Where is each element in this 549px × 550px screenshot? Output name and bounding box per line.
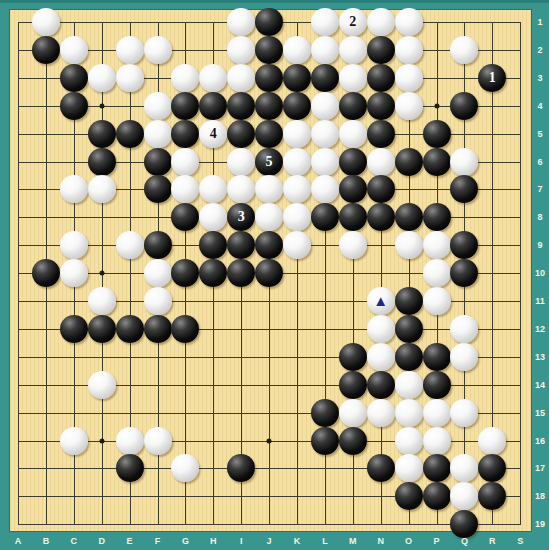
stone-black-Q10[interactable] — [450, 259, 478, 287]
stone-white-F2[interactable] — [144, 36, 172, 64]
stone-white-C9[interactable] — [60, 231, 88, 259]
coord-number-15: 15 — [535, 408, 545, 418]
stone-black-M13[interactable] — [339, 343, 367, 371]
stone-black-D5[interactable] — [88, 120, 116, 148]
stone-black-N4[interactable] — [367, 92, 395, 120]
stone-black-M7[interactable] — [339, 175, 367, 203]
stone-black-N2[interactable] — [367, 36, 395, 64]
stone-black-G5[interactable] — [171, 120, 199, 148]
stone-black-B2[interactable] — [32, 36, 60, 64]
stone-black-N3[interactable] — [367, 64, 395, 92]
stone-white-G6[interactable] — [171, 148, 199, 176]
stone-black-Q19[interactable] — [450, 510, 478, 538]
stone-black-N8[interactable] — [367, 203, 395, 231]
stone-black-O11[interactable] — [395, 287, 423, 315]
stone-white-Q17[interactable] — [450, 454, 478, 482]
stone-black-M6[interactable] — [339, 148, 367, 176]
coord-letter-F: F — [155, 536, 161, 546]
stone-white-O4[interactable] — [395, 92, 423, 120]
stone-black-L3[interactable] — [311, 64, 339, 92]
stone-white-M3[interactable] — [339, 64, 367, 92]
stone-white-N1[interactable] — [367, 8, 395, 36]
stone-white-F5[interactable] — [144, 120, 172, 148]
stone-black-P13[interactable] — [423, 343, 451, 371]
coord-letter-Q: Q — [461, 536, 468, 546]
stone-white-I7[interactable] — [227, 175, 255, 203]
move-number-label: 1 — [489, 71, 496, 85]
stone-black-J1[interactable] — [255, 8, 283, 36]
stone-black-L8[interactable] — [311, 203, 339, 231]
stone-black-R18[interactable] — [478, 482, 506, 510]
stone-white-O3[interactable] — [395, 64, 423, 92]
stone-white-P16[interactable] — [423, 427, 451, 455]
stone-white-J8[interactable] — [255, 203, 283, 231]
coord-letter-D: D — [98, 536, 105, 546]
stone-black-L15[interactable] — [311, 399, 339, 427]
stone-white-N6[interactable] — [367, 148, 395, 176]
stone-white-C2[interactable] — [60, 36, 88, 64]
stone-black-Q9[interactable] — [450, 231, 478, 259]
star-point — [434, 103, 439, 108]
stone-white-E16[interactable] — [116, 427, 144, 455]
move-number-label: 4 — [210, 127, 217, 141]
coord-number-6: 6 — [537, 157, 542, 167]
stone-white-H3[interactable] — [199, 64, 227, 92]
coord-number-12: 12 — [535, 324, 545, 334]
coord-letter-B: B — [43, 536, 50, 546]
coord-letter-C: C — [71, 536, 78, 546]
stone-black-G8[interactable] — [171, 203, 199, 231]
stone-white-N13[interactable] — [367, 343, 395, 371]
stone-white-P11[interactable] — [423, 287, 451, 315]
stone-white-P9[interactable] — [423, 231, 451, 259]
stone-black-L16[interactable] — [311, 427, 339, 455]
stone-black-J9[interactable] — [255, 231, 283, 259]
coord-number-1: 1 — [537, 17, 542, 27]
coord-number-13: 13 — [535, 352, 545, 362]
stone-black-D6[interactable] — [88, 148, 116, 176]
stone-white-Q12[interactable] — [450, 315, 478, 343]
stone-black-D12[interactable] — [88, 315, 116, 343]
stone-white-P10[interactable] — [423, 259, 451, 287]
stone-white-K5[interactable] — [283, 120, 311, 148]
stone-black-M8[interactable] — [339, 203, 367, 231]
stone-black-J10[interactable] — [255, 259, 283, 287]
stone-white-O1[interactable] — [395, 8, 423, 36]
stone-black-P18[interactable] — [423, 482, 451, 510]
stone-black-R3[interactable]: 1 — [478, 64, 506, 92]
coord-number-8: 8 — [537, 212, 542, 222]
move-number-label: 2 — [349, 15, 356, 29]
coord-letter-N: N — [377, 536, 384, 546]
coord-number-19: 19 — [535, 519, 545, 529]
coord-letter-J: J — [267, 536, 272, 546]
stone-black-C4[interactable] — [60, 92, 88, 120]
stone-white-L2[interactable] — [311, 36, 339, 64]
star-point — [99, 103, 104, 108]
stone-black-O18[interactable] — [395, 482, 423, 510]
stone-white-R16[interactable] — [478, 427, 506, 455]
stone-white-P15[interactable] — [423, 399, 451, 427]
stone-white-O9[interactable] — [395, 231, 423, 259]
stone-black-P8[interactable] — [423, 203, 451, 231]
stone-white-M15[interactable] — [339, 399, 367, 427]
stone-black-M4[interactable] — [339, 92, 367, 120]
stone-black-C12[interactable] — [60, 315, 88, 343]
stone-white-H8[interactable] — [199, 203, 227, 231]
stone-white-C16[interactable] — [60, 427, 88, 455]
stone-black-E17[interactable] — [116, 454, 144, 482]
stone-white-K6[interactable] — [283, 148, 311, 176]
coord-letter-G: G — [182, 536, 189, 546]
stone-black-J5[interactable] — [255, 120, 283, 148]
stone-white-H7[interactable] — [199, 175, 227, 203]
stone-white-H5[interactable]: 4 — [199, 120, 227, 148]
coord-letter-S: S — [517, 536, 523, 546]
stone-black-I4[interactable] — [227, 92, 255, 120]
stone-black-P5[interactable] — [423, 120, 451, 148]
coord-letter-M: M — [349, 536, 357, 546]
stone-white-O15[interactable] — [395, 399, 423, 427]
coord-number-10: 10 — [535, 268, 545, 278]
stone-white-O2[interactable] — [395, 36, 423, 64]
coord-number-17: 17 — [535, 463, 545, 473]
stone-black-Q7[interactable] — [450, 175, 478, 203]
stone-white-D11[interactable] — [88, 287, 116, 315]
stone-white-F16[interactable] — [144, 427, 172, 455]
stone-white-L4[interactable] — [311, 92, 339, 120]
stone-white-Q15[interactable] — [450, 399, 478, 427]
go-board: 21453▲ — [10, 10, 531, 531]
coord-number-9: 9 — [537, 240, 542, 250]
stone-white-L5[interactable] — [311, 120, 339, 148]
stone-white-D14[interactable] — [88, 371, 116, 399]
stone-black-J2[interactable] — [255, 36, 283, 64]
stone-black-F6[interactable] — [144, 148, 172, 176]
coord-number-7: 7 — [537, 184, 542, 194]
last-move-triangle-marker: ▲ — [373, 293, 388, 308]
coord-number-18: 18 — [535, 491, 545, 501]
stone-black-I10[interactable] — [227, 259, 255, 287]
stone-black-H9[interactable] — [199, 231, 227, 259]
stone-black-H10[interactable] — [199, 259, 227, 287]
stone-white-F4[interactable] — [144, 92, 172, 120]
coord-number-5: 5 — [537, 129, 542, 139]
go-diagram: 21453▲ ABCDEFGHIJKLMNOPQRS12345678910111… — [0, 0, 549, 550]
stone-black-K4[interactable] — [283, 92, 311, 120]
stone-white-O16[interactable] — [395, 427, 423, 455]
stone-black-G4[interactable] — [171, 92, 199, 120]
coord-letter-H: H — [210, 536, 217, 546]
move-number-label: 3 — [238, 210, 245, 224]
stone-black-N7[interactable] — [367, 175, 395, 203]
stone-black-O8[interactable] — [395, 203, 423, 231]
stone-white-O17[interactable] — [395, 454, 423, 482]
stone-black-B10[interactable] — [32, 259, 60, 287]
stone-black-O6[interactable] — [395, 148, 423, 176]
stone-black-Q4[interactable] — [450, 92, 478, 120]
stone-white-B1[interactable] — [32, 8, 60, 36]
stone-white-M5[interactable] — [339, 120, 367, 148]
stone-black-E12[interactable] — [116, 315, 144, 343]
coord-letter-A: A — [15, 536, 22, 546]
stone-black-N17[interactable] — [367, 454, 395, 482]
stone-white-I2[interactable] — [227, 36, 255, 64]
stone-black-F7[interactable] — [144, 175, 172, 203]
coord-letter-E: E — [127, 536, 133, 546]
star-point — [99, 271, 104, 276]
star-point — [267, 438, 272, 443]
stone-black-M16[interactable] — [339, 427, 367, 455]
stone-white-I3[interactable] — [227, 64, 255, 92]
stone-black-N14[interactable] — [367, 371, 395, 399]
stone-white-M2[interactable] — [339, 36, 367, 64]
stone-white-Q2[interactable] — [450, 36, 478, 64]
stone-black-E5[interactable] — [116, 120, 144, 148]
stone-white-M9[interactable] — [339, 231, 367, 259]
stone-white-C10[interactable] — [60, 259, 88, 287]
stone-white-J7[interactable] — [255, 175, 283, 203]
stone-white-E3[interactable] — [116, 64, 144, 92]
stone-black-P17[interactable] — [423, 454, 451, 482]
stone-black-J4[interactable] — [255, 92, 283, 120]
coord-letter-R: R — [489, 536, 496, 546]
stone-white-N11[interactable]: ▲ — [367, 287, 395, 315]
stone-black-J6[interactable]: 5 — [255, 148, 283, 176]
stone-white-Q6[interactable] — [450, 148, 478, 176]
stone-black-I8[interactable]: 3 — [227, 203, 255, 231]
stone-black-F12[interactable] — [144, 315, 172, 343]
stone-white-E9[interactable] — [116, 231, 144, 259]
stone-black-J3[interactable] — [255, 64, 283, 92]
stone-black-H4[interactable] — [199, 92, 227, 120]
stone-black-I9[interactable] — [227, 231, 255, 259]
stone-black-O13[interactable] — [395, 343, 423, 371]
move-number-label: 5 — [266, 155, 273, 169]
stone-white-C7[interactable] — [60, 175, 88, 203]
stone-black-I17[interactable] — [227, 454, 255, 482]
coord-number-16: 16 — [535, 436, 545, 446]
stone-black-C3[interactable] — [60, 64, 88, 92]
coord-letter-K: K — [294, 536, 301, 546]
stone-white-K7[interactable] — [283, 175, 311, 203]
coord-letter-I: I — [240, 536, 243, 546]
stone-white-N12[interactable] — [367, 315, 395, 343]
stone-black-M14[interactable] — [339, 371, 367, 399]
stone-white-G17[interactable] — [171, 454, 199, 482]
stone-black-K3[interactable] — [283, 64, 311, 92]
coord-letter-P: P — [433, 536, 439, 546]
stone-white-M1[interactable]: 2 — [339, 8, 367, 36]
stone-white-L1[interactable] — [311, 8, 339, 36]
stone-white-Q13[interactable] — [450, 343, 478, 371]
stone-white-E2[interactable] — [116, 36, 144, 64]
stone-white-K9[interactable] — [283, 231, 311, 259]
coord-number-14: 14 — [535, 380, 545, 390]
stone-white-G7[interactable] — [171, 175, 199, 203]
stone-white-K2[interactable] — [283, 36, 311, 64]
stone-white-L7[interactable] — [311, 175, 339, 203]
stone-black-R17[interactable] — [478, 454, 506, 482]
stone-white-I1[interactable] — [227, 8, 255, 36]
stone-black-P14[interactable] — [423, 371, 451, 399]
coord-number-4: 4 — [537, 101, 542, 111]
stone-white-L6[interactable] — [311, 148, 339, 176]
stone-white-G3[interactable] — [171, 64, 199, 92]
stone-black-P6[interactable] — [423, 148, 451, 176]
stone-white-F11[interactable] — [144, 287, 172, 315]
coord-letter-L: L — [322, 536, 328, 546]
coord-number-11: 11 — [535, 296, 545, 306]
stone-white-K8[interactable] — [283, 203, 311, 231]
stone-white-N15[interactable] — [367, 399, 395, 427]
stone-black-F9[interactable] — [144, 231, 172, 259]
coord-number-2: 2 — [537, 45, 542, 55]
stone-white-D3[interactable] — [88, 64, 116, 92]
stone-white-F10[interactable] — [144, 259, 172, 287]
stone-black-G10[interactable] — [171, 259, 199, 287]
coord-number-3: 3 — [537, 73, 542, 83]
stone-black-G12[interactable] — [171, 315, 199, 343]
coord-letter-O: O — [405, 536, 412, 546]
stone-black-N5[interactable] — [367, 120, 395, 148]
stone-white-Q18[interactable] — [450, 482, 478, 510]
star-point — [99, 438, 104, 443]
stone-black-O12[interactable] — [395, 315, 423, 343]
stone-white-I6[interactable] — [227, 148, 255, 176]
stone-white-D7[interactable] — [88, 175, 116, 203]
stone-black-I5[interactable] — [227, 120, 255, 148]
stone-white-O14[interactable] — [395, 371, 423, 399]
